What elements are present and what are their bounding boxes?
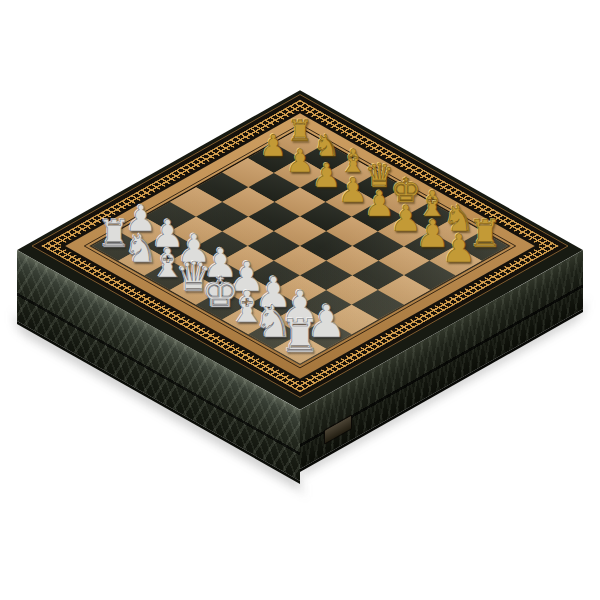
chess-set-photo: ♜♞♝♛♚♝♞♜♟♟♟♟♟♟♟♟♟♟♟♟♟♟♟♟♜♞♝♛♚♝♞♜ xyxy=(0,0,600,600)
